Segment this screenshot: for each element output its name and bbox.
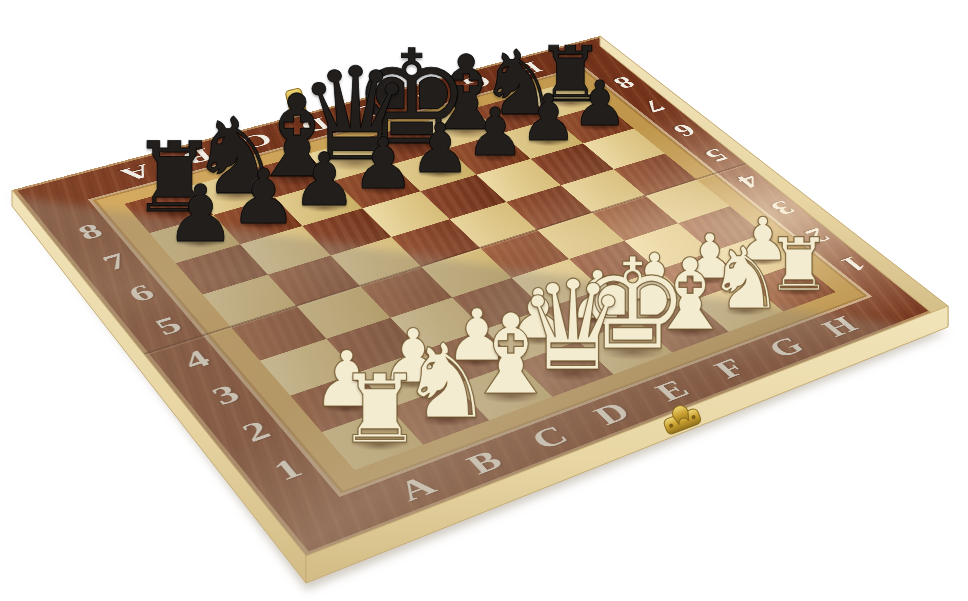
piece-white-rook[interactable]: ♜ (332, 363, 427, 458)
pieces-layer: ♜♞♝♛♚♝♞♜♟♟♟♟♟♟♟♟♟♟♟♟♟♟♟♟♜♞♝♛♚♝♞♜ (0, 0, 968, 601)
piece-black-pawn[interactable]: ♟ (161, 176, 240, 255)
product-photo-stage: { "game": { "name": "chess", "set": "woo… (0, 0, 968, 601)
